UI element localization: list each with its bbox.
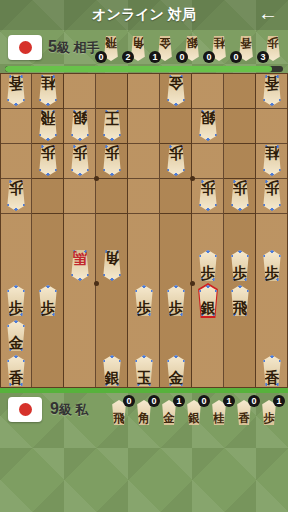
board-piece-歩[interactable]: 歩 [130,285,158,316]
piece-glyph: 歩 [98,145,126,176]
piece-glyph: 歩 [194,250,222,281]
board-piece-銀[interactable]: 銀 [66,110,94,141]
piece-glyph: 金 [162,355,190,386]
hoshi-point-icon [94,281,99,286]
board-piece-玉[interactable]: 玉 [130,355,158,386]
hand-count-badge: 0 [203,51,215,63]
piece-glyph: 歩 [34,285,62,316]
piece-glyph: 銀 [98,355,126,386]
board-piece-歩[interactable]: 歩 [194,180,222,211]
piece-glyph: 歩 [162,145,190,176]
piece-glyph: 金 [162,75,190,106]
app-header: オンライン 対局 ← [0,0,288,30]
hoshi-point-icon [190,281,195,286]
piece-glyph: 桂 [34,75,62,106]
piece-glyph: 馬 [66,250,94,281]
board-piece-歩[interactable]: 歩 [2,180,30,211]
hand-count-badge: 1 [173,395,185,407]
board-piece-歩[interactable]: 歩 [2,285,30,316]
hand-count-badge: 0 [95,51,107,63]
hoshi-point-icon [190,176,195,181]
piece-glyph: 歩 [194,180,222,211]
piece-glyph: 歩 [258,250,286,281]
hand-piece-桂[interactable]: 桂1 [208,400,230,425]
piece-glyph: 歩 [2,180,30,211]
piece-glyph: 銀 [194,110,222,141]
hand-count-badge: 1 [149,51,161,63]
hand-piece-金[interactable]: 金1 [158,400,180,425]
hand-count-badge: 0 [230,51,242,63]
hand-count-badge: 0 [123,395,135,407]
piece-glyph: 歩 [162,285,190,316]
board-piece-桂[interactable]: 桂 [34,75,62,106]
hand-count-badge: 0 [148,395,160,407]
piece-glyph: 歩 [2,285,30,316]
board-piece-飛[interactable]: 飛 [34,110,62,141]
hand-piece-金[interactable]: 金1 [154,36,176,61]
player-name-label: 9級 私 [50,400,89,419]
hand-count-badge: 0 [198,395,210,407]
board-piece-銀[interactable]: 銀 [98,355,126,386]
board-piece-金[interactable]: 金 [162,355,190,386]
hand-count-badge: 3 [257,51,269,63]
piece-glyph: 玉 [130,355,158,386]
hand-piece-歩[interactable]: 歩3 [262,36,284,61]
board-piece-香[interactable]: 香 [2,355,30,386]
board-piece-歩[interactable]: 歩 [258,180,286,211]
board-piece-金[interactable]: 金 [162,75,190,106]
piece-glyph: 歩 [34,145,62,176]
hand-piece-桂[interactable]: 桂0 [208,36,230,61]
piece-glyph: 銀 [66,110,94,141]
piece-glyph: 角 [98,250,126,281]
back-arrow-icon[interactable]: ← [258,2,278,25]
player-flag-japan [8,397,42,422]
page-title: オンライン 対局 [0,6,288,24]
board-piece-歩[interactable]: 歩 [34,145,62,176]
board-piece-歩[interactable]: 歩 [258,250,286,281]
piece-glyph: 歩 [66,145,94,176]
board-piece-香[interactable]: 香 [258,75,286,106]
hand-count-badge: 0 [248,395,260,407]
hand-piece-銀[interactable]: 銀0 [181,36,203,61]
board-piece-王[interactable]: 王 [98,110,126,141]
board-piece-金[interactable]: 金 [2,320,30,351]
piece-glyph: 香 [258,75,286,106]
shogi-board[interactable]: 香桂金香飛銀王銀歩歩歩歩桂歩歩歩歩馬角歩歩歩歩歩歩歩銀飛金香銀玉金香 [0,73,288,388]
piece-glyph: 香 [2,75,30,106]
board-piece-歩[interactable]: 歩 [162,145,190,176]
piece-glyph: 歩 [226,250,254,281]
opponent-name-label: 5級 相手 [48,38,100,57]
board-piece-飛[interactable]: 飛 [226,285,254,316]
board-piece-歩[interactable]: 歩 [34,285,62,316]
japan-flag-sun [19,403,32,416]
hand-piece-香[interactable]: 香0 [235,36,257,61]
board-piece-香[interactable]: 香 [2,75,30,106]
piece-glyph: 飛 [226,285,254,316]
hand-piece-銀[interactable]: 銀0 [183,400,205,425]
hand-count-badge: 1 [273,395,285,407]
board-piece-角[interactable]: 角 [98,250,126,281]
board-piece-歩[interactable]: 歩 [226,250,254,281]
board-piece-歩[interactable]: 歩 [162,285,190,316]
board-piece-銀[interactable]: 銀 [194,110,222,141]
opponent-flag-japan [8,35,42,60]
piece-glyph: 香 [2,355,30,386]
shogi-app: オンライン 対局 ← 5級 相手 飛0角2金1銀0桂0香0歩3 香桂金香飛銀王銀… [0,0,288,512]
hand-count-badge: 0 [176,51,188,63]
hand-piece-飛[interactable]: 飛0 [100,36,122,61]
player-bar: 9級 私 飛0角0金1銀0桂1香0歩1 [0,392,288,430]
piece-glyph: 金 [2,320,30,351]
piece-glyph: 王 [98,110,126,141]
board-piece-銀[interactable]: 銀 [194,285,222,316]
japan-flag-sun [19,41,32,54]
board-piece-歩[interactable]: 歩 [194,250,222,281]
board-piece-桂[interactable]: 桂 [258,145,286,176]
hand-piece-香[interactable]: 香0 [233,400,255,425]
hand-count-badge: 2 [122,51,134,63]
opponent-timer-fill [5,66,272,72]
board-piece-歩[interactable]: 歩 [226,180,254,211]
piece-glyph: 歩 [226,180,254,211]
board-piece-歩[interactable]: 歩 [66,145,94,176]
piece-glyph: 歩 [130,285,158,316]
hoshi-point-icon [94,176,99,181]
hand-piece-飛[interactable]: 飛0 [108,400,130,425]
piece-glyph: 飛 [34,110,62,141]
piece-glyph: 香 [258,355,286,386]
board-piece-馬[interactable]: 馬 [66,250,94,281]
board-piece-歩[interactable]: 歩 [98,145,126,176]
opponent-timer-bar [5,66,283,72]
hand-piece-角[interactable]: 角2 [127,36,149,61]
hand-piece-歩[interactable]: 歩1 [258,400,280,425]
piece-glyph: 桂 [258,145,286,176]
hand-piece-角[interactable]: 角0 [133,400,155,425]
board-piece-香[interactable]: 香 [258,355,286,386]
opponent-bar: 5級 相手 飛0角2金1銀0桂0香0歩3 [0,30,288,66]
piece-glyph: 歩 [258,180,286,211]
hand-count-badge: 1 [223,395,235,407]
